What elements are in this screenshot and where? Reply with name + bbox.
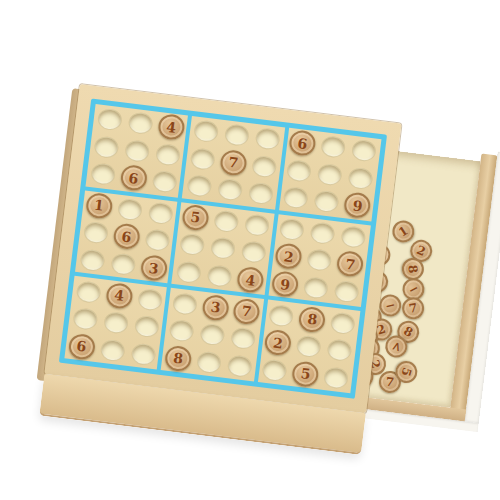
cell-r8c3[interactable] [130, 311, 164, 342]
hole [82, 221, 108, 245]
number-tile-7[interactable]: 7 [219, 149, 248, 177]
cell-r8c1[interactable] [68, 303, 102, 334]
cell-r1c6[interactable] [251, 124, 285, 155]
cell-r9c3[interactable] [126, 338, 160, 369]
hole [110, 252, 136, 276]
cell-r6c5[interactable] [202, 260, 236, 291]
number-tile-2[interactable]: 2 [264, 329, 293, 357]
cell-r9c5[interactable] [192, 346, 226, 377]
hole [244, 213, 270, 237]
cell-r7c4[interactable] [168, 288, 202, 319]
hole [186, 174, 212, 198]
hole [155, 143, 181, 167]
hole [210, 237, 236, 261]
cell-r5c5[interactable] [206, 233, 240, 264]
cell-r4c1[interactable]: 1 [82, 190, 116, 221]
cell-r3c7[interactable] [279, 183, 313, 214]
cell-r9c7[interactable] [258, 355, 292, 386]
hole [127, 112, 153, 136]
cell-r2c2[interactable] [120, 135, 154, 166]
cell-r8c2[interactable] [99, 307, 133, 338]
number-tile-4[interactable]: 4 [105, 281, 134, 309]
cell-r7c3[interactable] [133, 284, 167, 315]
box-1-1: 46 [86, 104, 189, 197]
number-tile-6[interactable]: 6 [67, 332, 96, 360]
cell-r6c9[interactable] [330, 276, 364, 307]
box-1-2: 7 [182, 116, 285, 209]
box-2-2: 54 [172, 202, 275, 295]
number-tile-4[interactable]: 4 [157, 113, 186, 141]
cell-r2c9[interactable] [344, 163, 378, 194]
hole [147, 201, 173, 225]
hole [172, 292, 198, 316]
cell-r6c6[interactable]: 4 [233, 264, 267, 295]
box-3-3: 825 [258, 300, 361, 393]
hole [348, 166, 374, 190]
cell-r3c2[interactable]: 6 [116, 163, 150, 194]
cell-r4c7[interactable] [275, 214, 309, 245]
cell-r6c8[interactable] [299, 272, 333, 303]
cell-r9c4[interactable]: 8 [161, 343, 195, 374]
hole [133, 315, 159, 339]
cell-r8c6[interactable] [226, 323, 260, 354]
cell-r4c6[interactable] [240, 210, 274, 241]
cell-r5c3[interactable] [140, 225, 174, 256]
cell-r4c9[interactable] [337, 221, 371, 252]
cell-r9c6[interactable] [223, 350, 257, 381]
cell-r2c1[interactable] [89, 131, 123, 162]
cell-r6c1[interactable] [75, 245, 109, 276]
hole [310, 221, 336, 245]
hole [179, 233, 205, 257]
cell-r7c5[interactable]: 3 [199, 292, 233, 323]
hole [262, 358, 288, 382]
hole [137, 287, 163, 311]
wooden-box: 467691635427946378825 [32, 83, 409, 460]
cell-r4c5[interactable] [209, 206, 243, 237]
hole [341, 225, 367, 249]
number-tile-9[interactable]: 9 [271, 270, 300, 298]
hole [213, 209, 239, 233]
cell-r8c8[interactable] [292, 331, 326, 362]
number-tile-3[interactable]: 3 [139, 254, 168, 282]
hole [241, 241, 267, 265]
number-tile-8[interactable]: 8 [164, 344, 193, 372]
hole [279, 218, 305, 242]
hole [199, 323, 225, 347]
cell-r7c2[interactable]: 4 [102, 280, 136, 311]
cell-r5c6[interactable] [237, 237, 271, 268]
hole [193, 120, 219, 144]
cell-r5c4[interactable] [175, 229, 209, 260]
cell-r9c2[interactable] [95, 335, 129, 366]
hole [306, 249, 332, 273]
cell-r4c3[interactable] [143, 198, 177, 229]
number-tile-5[interactable]: 5 [291, 360, 320, 388]
hole [314, 190, 340, 214]
cell-r5c9[interactable]: 7 [333, 249, 367, 280]
hole [351, 139, 377, 163]
sudoku-board: 467691635427946378825 [64, 104, 381, 393]
number-tile-4[interactable]: 4 [236, 266, 265, 294]
cell-r3c5[interactable] [213, 174, 247, 205]
cell-r3c9[interactable]: 9 [341, 190, 375, 221]
cell-r2c6[interactable] [247, 151, 281, 182]
number-tile-3[interactable]: 3 [201, 293, 230, 321]
cell-r2c7[interactable] [282, 155, 316, 186]
number-tile-6[interactable]: 6 [288, 129, 317, 157]
hole [168, 319, 194, 343]
hole [144, 229, 170, 253]
number-tile-8[interactable]: 8 [298, 305, 327, 333]
cell-r9c9[interactable] [319, 362, 353, 393]
cell-r8c4[interactable] [164, 315, 198, 346]
hole [99, 338, 125, 362]
number-tile-6[interactable]: 6 [112, 223, 141, 251]
hole [323, 366, 349, 390]
cell-r3c1[interactable] [86, 159, 120, 190]
hole [327, 338, 353, 362]
cell-r5c1[interactable] [78, 217, 112, 248]
hole [93, 135, 119, 159]
cell-r7c8[interactable]: 8 [295, 304, 329, 335]
hole [206, 264, 232, 288]
cell-r7c7[interactable] [264, 300, 298, 331]
cell-r2c3[interactable] [151, 139, 185, 170]
hole [224, 123, 250, 147]
cell-r8c5[interactable] [195, 319, 229, 350]
cell-r1c4[interactable] [189, 116, 223, 147]
cell-r1c2[interactable] [123, 108, 157, 139]
cell-r3c3[interactable] [147, 166, 181, 197]
hole [227, 354, 253, 378]
hole [320, 135, 346, 159]
hole [248, 182, 274, 206]
hole [286, 159, 312, 183]
hole [230, 327, 256, 351]
hole [176, 260, 202, 284]
cell-r6c7[interactable]: 9 [268, 269, 302, 300]
box-2-3: 279 [268, 214, 371, 307]
cell-r1c1[interactable] [92, 104, 126, 135]
hole [196, 350, 222, 374]
number-tile-5[interactable]: 5 [181, 204, 210, 232]
hole [130, 342, 156, 366]
number-tile-7[interactable]: 7 [232, 297, 261, 325]
hole [124, 139, 150, 163]
product-photo-stage: 12388−−76298+>2<75 467691635427946378825 [0, 0, 500, 500]
cell-r1c8[interactable] [316, 132, 350, 163]
cell-r6c2[interactable] [106, 249, 140, 280]
box-3-1: 46 [64, 276, 167, 369]
hole [317, 163, 343, 187]
cell-r4c4[interactable]: 5 [178, 202, 212, 233]
box-1-3: 69 [279, 128, 382, 221]
drawer-tile-7[interactable]: 7 [401, 296, 426, 321]
hole [151, 170, 177, 194]
hole [217, 178, 243, 202]
cell-r1c7[interactable]: 6 [285, 128, 319, 159]
cell-r4c2[interactable] [113, 194, 147, 225]
cell-r3c8[interactable] [310, 186, 344, 217]
cell-r5c7[interactable]: 2 [272, 241, 306, 272]
hole [79, 248, 105, 272]
hole [296, 335, 322, 359]
hole [89, 162, 115, 186]
play-area: 467691635427946378825 [59, 99, 387, 399]
cell-r8c9[interactable] [323, 335, 357, 366]
cell-r5c8[interactable] [302, 245, 336, 276]
cell-r7c1[interactable] [71, 276, 105, 307]
number-tile-7[interactable]: 7 [336, 250, 365, 278]
hole [189, 147, 215, 171]
cell-r1c9[interactable] [347, 135, 381, 166]
board-top-face: 467691635427946378825 [44, 84, 401, 413]
hole [251, 155, 277, 179]
hole [330, 311, 356, 335]
hole [117, 198, 143, 222]
hole [334, 280, 360, 304]
cell-r7c6[interactable]: 7 [230, 296, 264, 327]
hole [255, 127, 281, 151]
cell-r5c2[interactable]: 6 [109, 221, 143, 252]
number-tile-6[interactable]: 6 [119, 164, 148, 192]
hole [103, 311, 129, 335]
cell-r1c3[interactable]: 4 [154, 112, 188, 143]
box-3-2: 378 [161, 288, 264, 381]
hole [283, 186, 309, 210]
cell-r1c5[interactable] [220, 120, 254, 151]
cell-r2c4[interactable] [186, 143, 220, 174]
cell-r6c4[interactable] [172, 257, 206, 288]
cell-r9c8[interactable]: 5 [289, 358, 323, 389]
hole [303, 276, 329, 300]
hole [268, 304, 294, 328]
cell-r6c3[interactable]: 3 [137, 252, 171, 283]
cell-r2c5[interactable]: 7 [216, 147, 250, 178]
hole [72, 307, 98, 331]
number-tile-9[interactable]: 9 [343, 192, 372, 220]
cell-r9c1[interactable]: 6 [64, 331, 98, 362]
number-tile-2[interactable]: 2 [274, 243, 303, 271]
cell-r2c8[interactable] [313, 159, 347, 190]
cell-r3c4[interactable] [182, 171, 216, 202]
cell-r3c6[interactable] [244, 178, 278, 209]
hole [75, 280, 101, 304]
cell-r7c9[interactable] [326, 307, 360, 338]
box-2-1: 163 [75, 190, 178, 283]
cell-r4c8[interactable] [306, 218, 340, 249]
number-tile-1[interactable]: 1 [84, 192, 113, 220]
hole [96, 108, 122, 132]
cell-r8c7[interactable]: 2 [261, 327, 295, 358]
sudoku-box-assembly: 12388−−76298+>2<75 467691635427946378825 [0, 0, 500, 500]
